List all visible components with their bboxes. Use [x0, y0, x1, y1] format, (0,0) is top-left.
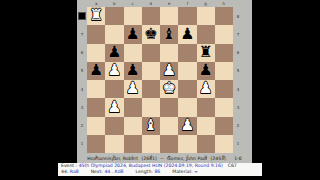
square-f6[interactable] — [178, 44, 196, 62]
square-d3[interactable] — [142, 98, 160, 116]
white-king-e4[interactable]: ♚ — [162, 81, 176, 97]
chess-board[interactable]: ♜♟♚♝♟♟♜♟♟♟♟♟♟♚♟♟♝♟ — [87, 7, 233, 153]
rank-labels-right: 87654321 — [233, 7, 243, 153]
players-line: Hovhannisyan, Robert (2641) -- Gomez, Jo… — [77, 155, 252, 163]
square-h1[interactable] — [215, 135, 233, 153]
square-e1[interactable] — [160, 135, 178, 153]
white-player-name: Hovhannisyan, Robert — [87, 156, 138, 161]
file-label-h: h — [215, 0, 233, 7]
square-f8[interactable] — [178, 7, 196, 25]
square-a8[interactable]: ♜ — [87, 7, 105, 25]
square-h3[interactable] — [215, 98, 233, 116]
square-a6[interactable] — [87, 44, 105, 62]
length-value: 86 — [154, 169, 160, 175]
rank-label-5: 5 — [233, 62, 243, 80]
file-label-e: e — [160, 0, 178, 7]
black-pawn-c7[interactable]: ♟ — [126, 27, 140, 43]
file-label-c: c — [124, 0, 142, 7]
file-label-b: b — [105, 0, 123, 7]
square-a3[interactable] — [87, 98, 105, 116]
white-pawn-g4[interactable]: ♟ — [199, 81, 213, 97]
material-value: = — [194, 169, 198, 175]
square-c3[interactable] — [124, 98, 142, 116]
rank-label-7: 7 — [77, 25, 87, 43]
black-king-d7[interactable]: ♚ — [144, 27, 158, 43]
square-h8[interactable] — [215, 7, 233, 25]
rank-label-1: 1 — [233, 135, 243, 153]
board-frame: abcdefgh 87654321 ♜♟♚♝♟♟♜♟♟♟♟♟♟♚♟♟♝♟ 876… — [77, 0, 252, 163]
square-b1[interactable] — [105, 135, 123, 153]
square-c6[interactable] — [124, 44, 142, 62]
square-e2[interactable] — [160, 117, 178, 135]
file-label-f: f — [178, 0, 196, 7]
square-g6[interactable]: ♜ — [197, 44, 215, 62]
move-number: 44. — [61, 169, 68, 175]
file-label-g: g — [197, 0, 215, 7]
black-player-rating: (2453) — [211, 156, 226, 161]
square-e3[interactable] — [160, 98, 178, 116]
square-g4[interactable]: ♟ — [197, 80, 215, 98]
square-d7[interactable]: ♚ — [142, 25, 160, 43]
square-a5[interactable]: ♟ — [87, 62, 105, 80]
square-b7[interactable] — [105, 25, 123, 43]
rank-label-6: 6 — [233, 44, 243, 62]
black-pawn-g5[interactable]: ♟ — [199, 63, 213, 79]
game-result: 1-0 — [234, 156, 242, 161]
square-a4[interactable] — [87, 80, 105, 98]
black-player-name: Gomez, John Paul — [167, 156, 207, 161]
square-g7[interactable] — [197, 25, 215, 43]
square-d8[interactable] — [142, 7, 160, 25]
eco-code: C67 — [228, 163, 237, 169]
square-h6[interactable] — [215, 44, 233, 62]
black-bishop-e7[interactable]: ♝ — [162, 27, 176, 43]
length-label: Length: — [135, 169, 152, 175]
rank-label-3: 3 — [77, 98, 87, 116]
square-g8[interactable] — [197, 7, 215, 25]
white-player-rating: (2641) — [141, 156, 156, 161]
square-h7[interactable] — [215, 25, 233, 43]
square-h4[interactable] — [215, 80, 233, 98]
rank-label-7: 7 — [233, 25, 243, 43]
rank-label-5: 5 — [77, 62, 87, 80]
square-d2[interactable]: ♝ — [142, 117, 160, 135]
square-a1[interactable] — [87, 135, 105, 153]
rank-label-3: 3 — [233, 98, 243, 116]
square-f7[interactable]: ♟ — [178, 25, 196, 43]
white-pawn-f2[interactable]: ♟ — [180, 118, 194, 134]
white-pawn-e5[interactable]: ♟ — [162, 63, 176, 79]
square-c2[interactable] — [124, 117, 142, 135]
square-d6[interactable] — [142, 44, 160, 62]
square-c8[interactable] — [124, 7, 142, 25]
rank-label-8: 8 — [233, 7, 243, 25]
square-e8[interactable] — [160, 7, 178, 25]
square-f4[interactable] — [178, 80, 196, 98]
square-b5[interactable]: ♟ — [105, 62, 123, 80]
move-line: 44. Ra8 Next: 44...Kd8 Length: 86 Materi… — [58, 169, 262, 175]
square-c5[interactable]: ♟ — [124, 62, 142, 80]
file-labels-top: abcdefgh — [87, 0, 233, 7]
square-g5[interactable]: ♟ — [197, 62, 215, 80]
square-c1[interactable] — [124, 135, 142, 153]
rank-labels-left: 87654321 — [77, 7, 87, 153]
rank-label-2: 2 — [77, 117, 87, 135]
white-bishop-d2[interactable]: ♝ — [144, 118, 158, 134]
square-h5[interactable] — [215, 62, 233, 80]
video-frame: { "game": "chess", "position": { "fen": … — [0, 0, 320, 180]
black-pawn-a5[interactable]: ♟ — [89, 63, 103, 79]
white-pawn-b5[interactable]: ♟ — [107, 63, 121, 79]
square-e4[interactable]: ♚ — [160, 80, 178, 98]
square-d5[interactable] — [142, 62, 160, 80]
square-g3[interactable] — [197, 98, 215, 116]
rank-label-6: 6 — [77, 44, 87, 62]
black-rook-g6[interactable]: ♜ — [199, 45, 213, 61]
square-f2[interactable]: ♟ — [178, 117, 196, 135]
square-d1[interactable] — [142, 135, 160, 153]
rank-label-2: 2 — [233, 117, 243, 135]
rank-label-4: 4 — [77, 80, 87, 98]
square-a7[interactable] — [87, 25, 105, 43]
square-c4[interactable]: ♟ — [124, 80, 142, 98]
black-pawn-c5[interactable]: ♟ — [126, 63, 140, 79]
square-e5[interactable]: ♟ — [160, 62, 178, 80]
square-b6[interactable]: ♟ — [105, 44, 123, 62]
square-f5[interactable] — [178, 62, 196, 80]
square-f1[interactable] — [178, 135, 196, 153]
game-info-strip: Event : 45th Olympiad 2024, Budapest HUN… — [58, 163, 262, 176]
square-b4[interactable] — [105, 80, 123, 98]
last-move: Ra8 — [70, 169, 79, 175]
square-b3[interactable]: ♟ — [105, 98, 123, 116]
material-label: Material: — [172, 169, 192, 175]
white-pawn-b3[interactable]: ♟ — [107, 100, 121, 116]
rank-label-1: 1 — [77, 135, 87, 153]
square-h2[interactable] — [215, 117, 233, 135]
square-f3[interactable] — [178, 98, 196, 116]
square-b2[interactable] — [105, 117, 123, 135]
square-b8[interactable] — [105, 7, 123, 25]
square-a2[interactable] — [87, 117, 105, 135]
square-g2[interactable] — [197, 117, 215, 135]
square-e7[interactable]: ♝ — [160, 25, 178, 43]
side-to-move-indicator — [78, 12, 86, 20]
black-pawn-f7[interactable]: ♟ — [180, 27, 194, 43]
white-rook-a8[interactable]: ♜ — [89, 8, 103, 24]
square-d4[interactable] — [142, 80, 160, 98]
next-move: 44...Kd8 — [104, 169, 123, 175]
players-separator: -- — [160, 156, 163, 161]
file-label-d: d — [142, 0, 160, 7]
white-pawn-c4[interactable]: ♟ — [126, 81, 140, 97]
square-e6[interactable] — [160, 44, 178, 62]
rank-label-4: 4 — [233, 80, 243, 98]
next-label: Next: — [91, 169, 103, 175]
square-c7[interactable]: ♟ — [124, 25, 142, 43]
square-g1[interactable] — [197, 135, 215, 153]
black-pawn-b6[interactable]: ♟ — [107, 45, 121, 61]
